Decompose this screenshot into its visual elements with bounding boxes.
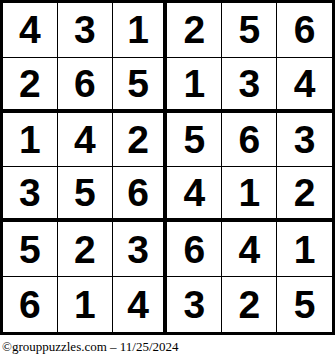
cell-r3c4: 5 [167, 113, 222, 168]
cell-r3c1: 1 [3, 113, 58, 168]
sudoku-board: 431256265134142563356412523641614325 [0, 0, 335, 335]
cell-r6c1: 6 [3, 277, 58, 332]
cell-r1c6: 6 [277, 3, 332, 58]
cell-r4c5: 1 [222, 167, 277, 222]
cell-r5c2: 2 [58, 222, 113, 277]
cell-r2c2: 6 [58, 58, 113, 113]
cell-r2c6: 4 [277, 58, 332, 113]
cell-r4c1: 3 [3, 167, 58, 222]
cell-r5c1: 5 [3, 222, 58, 277]
cell-r1c3: 1 [113, 3, 168, 58]
cell-r2c4: 1 [167, 58, 222, 113]
cell-r2c5: 3 [222, 58, 277, 113]
cell-r4c2: 5 [58, 167, 113, 222]
cell-r3c3: 2 [113, 113, 168, 168]
cell-r5c5: 4 [222, 222, 277, 277]
cell-r3c2: 4 [58, 113, 113, 168]
cell-r1c1: 4 [3, 3, 58, 58]
cell-r1c2: 3 [58, 3, 113, 58]
cell-r6c2: 1 [58, 277, 113, 332]
cell-r3c6: 3 [277, 113, 332, 168]
cell-r3c5: 6 [222, 113, 277, 168]
cell-r2c1: 2 [3, 58, 58, 113]
cell-r5c6: 1 [277, 222, 332, 277]
cell-r1c4: 2 [167, 3, 222, 58]
cell-r4c3: 6 [113, 167, 168, 222]
cell-r4c4: 4 [167, 167, 222, 222]
copyright-footer: ©grouppuzzles.com – 11/25/2024 [2, 339, 335, 354]
cell-r4c6: 2 [277, 167, 332, 222]
cell-r6c5: 2 [222, 277, 277, 332]
cell-r5c4: 6 [167, 222, 222, 277]
cell-r2c3: 5 [113, 58, 168, 113]
cell-r5c3: 3 [113, 222, 168, 277]
cell-r6c4: 3 [167, 277, 222, 332]
cell-r6c6: 5 [277, 277, 332, 332]
cell-r1c5: 5 [222, 3, 277, 58]
cell-r6c3: 4 [113, 277, 168, 332]
